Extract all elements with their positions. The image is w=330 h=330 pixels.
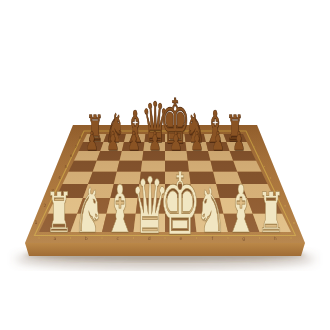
board-sheen [25,125,305,243]
chess-set-photo: abcdefgh12345678 ♜♞♝♛♚♞♝♜♟♟♟♟♟♟♟♟♜♞♝♛♚♞♝… [0,0,330,330]
board-side-edge [25,243,305,256]
chess-board-svg: abcdefgh12345678 [0,0,330,330]
